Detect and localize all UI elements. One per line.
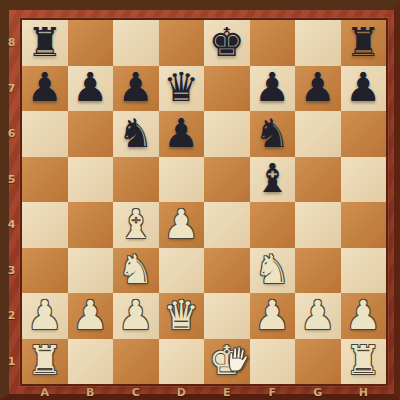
square-e5[interactable]: [204, 157, 250, 203]
square-d8[interactable]: [159, 20, 205, 66]
square-a6[interactable]: [22, 111, 68, 157]
square-b1[interactable]: [68, 339, 114, 385]
rank-label-3: 3: [5, 248, 18, 294]
rank-label-7: 7: [5, 66, 18, 112]
square-a7[interactable]: ♟: [22, 66, 68, 112]
square-e1[interactable]: ♚: [204, 339, 250, 385]
square-f6[interactable]: ♞: [250, 111, 296, 157]
square-e7[interactable]: [204, 66, 250, 112]
square-b8[interactable]: [68, 20, 114, 66]
file-label-g: G: [295, 386, 341, 398]
black-pawn[interactable]: ♟: [118, 67, 154, 107]
file-labels: ABCDEFGH: [22, 386, 386, 398]
file-label-f: F: [250, 386, 296, 398]
black-pawn[interactable]: ♟: [345, 67, 381, 107]
black-king[interactable]: ♚: [209, 22, 245, 62]
white-knight[interactable]: ♞: [254, 249, 290, 289]
square-a4[interactable]: [22, 202, 68, 248]
black-pawn[interactable]: ♟: [300, 67, 336, 107]
square-e2[interactable]: [204, 293, 250, 339]
square-a3[interactable]: [22, 248, 68, 294]
square-c8[interactable]: [113, 20, 159, 66]
square-h1[interactable]: ♜: [341, 339, 387, 385]
black-pawn[interactable]: ♟: [163, 113, 199, 153]
square-b4[interactable]: [68, 202, 114, 248]
white-queen[interactable]: ♛: [163, 295, 199, 335]
file-label-d: D: [159, 386, 205, 398]
rank-label-1: 1: [5, 339, 18, 385]
white-rook[interactable]: ♜: [27, 340, 63, 380]
square-c6[interactable]: ♞: [113, 111, 159, 157]
square-e6[interactable]: [204, 111, 250, 157]
square-e3[interactable]: [204, 248, 250, 294]
file-label-c: C: [113, 386, 159, 398]
square-h7[interactable]: ♟: [341, 66, 387, 112]
rank-label-4: 4: [5, 202, 18, 248]
rank-label-5: 5: [5, 157, 18, 203]
square-b7[interactable]: ♟: [68, 66, 114, 112]
square-f1[interactable]: [250, 339, 296, 385]
square-a2[interactable]: ♟: [22, 293, 68, 339]
square-c5[interactable]: [113, 157, 159, 203]
black-pawn[interactable]: ♟: [72, 67, 108, 107]
white-pawn[interactable]: ♟: [118, 295, 154, 335]
square-g2[interactable]: ♟: [295, 293, 341, 339]
black-queen[interactable]: ♛: [163, 67, 199, 107]
square-h2[interactable]: ♟: [341, 293, 387, 339]
square-f2[interactable]: ♟: [250, 293, 296, 339]
square-c4[interactable]: ♝: [113, 202, 159, 248]
square-e4[interactable]: [204, 202, 250, 248]
square-a1[interactable]: ♜: [22, 339, 68, 385]
square-g5[interactable]: [295, 157, 341, 203]
square-d5[interactable]: [159, 157, 205, 203]
rank-labels: 87654321: [5, 20, 18, 384]
square-c7[interactable]: ♟: [113, 66, 159, 112]
black-knight[interactable]: ♞: [118, 113, 154, 153]
chess-board: ♜♚♜♟♟♟♛♟♟♟♞♟♞♝♝♟♞♞♟♟♟♛♟♟♟♜♚♜: [22, 20, 386, 384]
square-f3[interactable]: ♞: [250, 248, 296, 294]
square-d6[interactable]: ♟: [159, 111, 205, 157]
square-f5[interactable]: ♝: [250, 157, 296, 203]
black-pawn[interactable]: ♟: [254, 67, 290, 107]
file-label-b: B: [68, 386, 114, 398]
white-pawn[interactable]: ♟: [163, 204, 199, 244]
square-a5[interactable]: [22, 157, 68, 203]
square-a8[interactable]: ♜: [22, 20, 68, 66]
white-pawn[interactable]: ♟: [300, 295, 336, 335]
square-g6[interactable]: [295, 111, 341, 157]
square-g8[interactable]: [295, 20, 341, 66]
square-h8[interactable]: ♜: [341, 20, 387, 66]
square-f8[interactable]: [250, 20, 296, 66]
square-d2[interactable]: ♛: [159, 293, 205, 339]
square-d3[interactable]: [159, 248, 205, 294]
square-g4[interactable]: [295, 202, 341, 248]
white-king[interactable]: ♚: [209, 340, 245, 380]
rank-label-8: 8: [5, 20, 18, 66]
square-h4[interactable]: [341, 202, 387, 248]
square-h6[interactable]: [341, 111, 387, 157]
square-g7[interactable]: ♟: [295, 66, 341, 112]
black-rook[interactable]: ♜: [345, 22, 381, 62]
white-pawn[interactable]: ♟: [72, 295, 108, 335]
square-d4[interactable]: ♟: [159, 202, 205, 248]
white-rook[interactable]: ♜: [345, 340, 381, 380]
file-label-e: E: [204, 386, 250, 398]
file-label-h: H: [341, 386, 387, 398]
white-knight[interactable]: ♞: [118, 249, 154, 289]
black-bishop[interactable]: ♝: [254, 158, 290, 198]
square-d1[interactable]: [159, 339, 205, 385]
white-pawn[interactable]: ♟: [254, 295, 290, 335]
square-b5[interactable]: [68, 157, 114, 203]
white-pawn[interactable]: ♟: [345, 295, 381, 335]
square-b2[interactable]: ♟: [68, 293, 114, 339]
square-c3[interactable]: ♞: [113, 248, 159, 294]
square-c1[interactable]: [113, 339, 159, 385]
rank-label-6: 6: [5, 111, 18, 157]
chess-app-window: 87654321 ABCDEFGH ♜♚♜♟♟♟♛♟♟♟♞♟♞♝♝♟♞♞♟♟♟♛…: [0, 0, 400, 400]
black-rook[interactable]: ♜: [27, 22, 63, 62]
file-label-a: A: [22, 386, 68, 398]
square-e8[interactable]: ♚: [204, 20, 250, 66]
square-h5[interactable]: [341, 157, 387, 203]
square-h3[interactable]: [341, 248, 387, 294]
square-b6[interactable]: [68, 111, 114, 157]
rank-label-2: 2: [5, 293, 18, 339]
square-b3[interactable]: [68, 248, 114, 294]
white-pawn[interactable]: ♟: [27, 295, 63, 335]
black-pawn[interactable]: ♟: [27, 67, 63, 107]
square-f4[interactable]: [250, 202, 296, 248]
square-g1[interactable]: [295, 339, 341, 385]
square-g3[interactable]: [295, 248, 341, 294]
square-c2[interactable]: ♟: [113, 293, 159, 339]
square-f7[interactable]: ♟: [250, 66, 296, 112]
square-d7[interactable]: ♛: [159, 66, 205, 112]
black-knight[interactable]: ♞: [254, 113, 290, 153]
white-bishop[interactable]: ♝: [118, 204, 154, 244]
